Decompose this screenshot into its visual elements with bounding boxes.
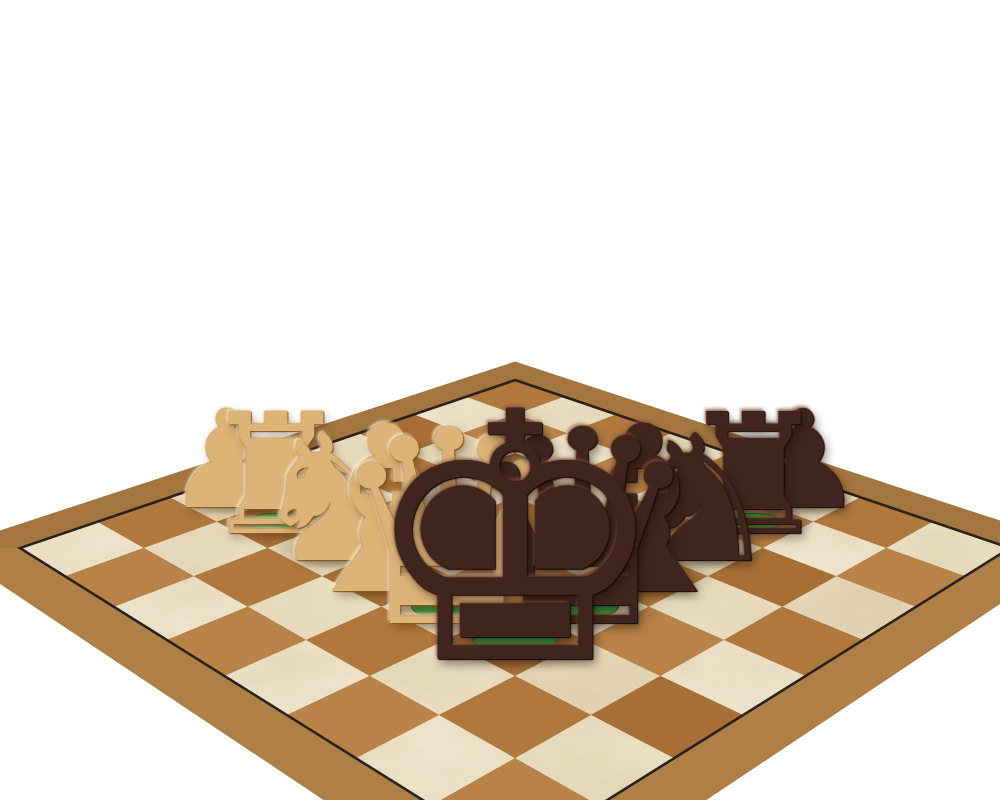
product-photo-stage: ♟♜♞♝♛♚♛♝♞♜♟: [0, 0, 1000, 800]
piece-dark-king[interactable]: ♚: [343, 369, 687, 713]
